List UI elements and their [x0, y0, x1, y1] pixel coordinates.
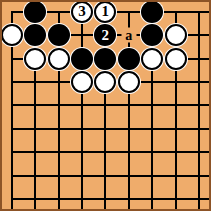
stone-white [141, 48, 163, 70]
stone-white [94, 71, 116, 93]
stone-white [24, 48, 46, 70]
stone-black-2: 2 [94, 24, 116, 46]
grid-line-vertical [198, 11, 200, 209]
stone-white-1: 1 [94, 1, 116, 23]
grid-line-horizontal [11, 128, 209, 130]
stone-white [165, 24, 187, 46]
stone-white [1, 24, 23, 46]
go-board-diagram: a312 [0, 0, 211, 211]
grid-line-vertical [81, 11, 83, 209]
stone-white [48, 48, 70, 70]
stone-black [71, 48, 93, 70]
stone-black [48, 24, 70, 46]
grid-line-horizontal [11, 175, 209, 177]
stone-black [24, 24, 46, 46]
grid-line-horizontal [11, 104, 209, 106]
stone-black [24, 1, 46, 23]
point-label-a: a [121, 28, 136, 43]
stone-black [141, 1, 163, 23]
stone-black [94, 48, 116, 70]
stone-black [118, 48, 140, 70]
grid-line-horizontal [11, 198, 209, 200]
stone-black [141, 24, 163, 46]
stone-white [71, 71, 93, 93]
stone-white-3: 3 [71, 1, 93, 23]
grid-line-horizontal [11, 151, 209, 153]
stone-white [118, 71, 140, 93]
stone-white [165, 48, 187, 70]
